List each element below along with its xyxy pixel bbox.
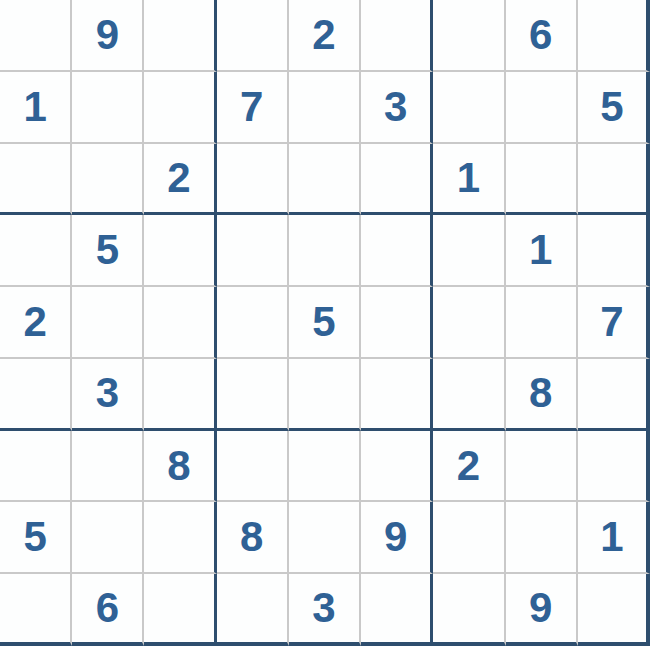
cell-r6c3[interactable] [144,359,216,431]
cell-r8c6[interactable]: 9 [361,502,433,574]
cell-r2c4[interactable]: 7 [217,72,289,144]
cell-r2c9[interactable]: 5 [578,72,650,144]
cell-r4c3[interactable] [144,215,216,287]
cell-r2c3[interactable] [144,72,216,144]
cell-r3c8[interactable] [506,144,578,216]
cell-r5c2[interactable] [72,287,144,359]
cell-r9c9[interactable] [578,574,650,646]
cell-r1c6[interactable] [361,0,433,72]
cell-r8c4[interactable]: 8 [217,502,289,574]
cell-r3c3[interactable]: 2 [144,144,216,216]
cell-r2c7[interactable] [433,72,505,144]
cell-r8c5[interactable] [289,502,361,574]
cell-r6c4[interactable] [217,359,289,431]
cell-r9c7[interactable] [433,574,505,646]
cell-r4c8[interactable]: 1 [506,215,578,287]
cell-r6c5[interactable] [289,359,361,431]
cell-r1c8[interactable]: 6 [506,0,578,72]
cell-r8c8[interactable] [506,502,578,574]
cell-r9c2[interactable]: 6 [72,574,144,646]
cell-r9c4[interactable] [217,574,289,646]
cell-r6c9[interactable] [578,359,650,431]
cell-r8c9[interactable]: 1 [578,502,650,574]
cell-r7c8[interactable] [506,431,578,503]
cell-r4c4[interactable] [217,215,289,287]
cell-r2c2[interactable] [72,72,144,144]
cell-r5c3[interactable] [144,287,216,359]
cell-r5c6[interactable] [361,287,433,359]
cell-r1c9[interactable] [578,0,650,72]
cell-r8c7[interactable] [433,502,505,574]
cell-r9c8[interactable]: 9 [506,574,578,646]
cell-r2c5[interactable] [289,72,361,144]
cell-r7c3[interactable]: 8 [144,431,216,503]
cell-r6c2[interactable]: 3 [72,359,144,431]
cell-r2c1[interactable]: 1 [0,72,72,144]
cell-r3c9[interactable] [578,144,650,216]
cell-r3c4[interactable] [217,144,289,216]
cell-r4c5[interactable] [289,215,361,287]
cell-r5c8[interactable] [506,287,578,359]
cell-r7c2[interactable] [72,431,144,503]
cell-r4c7[interactable] [433,215,505,287]
cell-r4c1[interactable] [0,215,72,287]
cell-r6c8[interactable]: 8 [506,359,578,431]
cell-r6c1[interactable] [0,359,72,431]
cell-r7c6[interactable] [361,431,433,503]
cell-r7c9[interactable] [578,431,650,503]
sudoku-board: 9261735215125738825891639 [0,0,650,646]
cell-r3c7[interactable]: 1 [433,144,505,216]
cell-r2c8[interactable] [506,72,578,144]
cell-r9c3[interactable] [144,574,216,646]
cell-r6c6[interactable] [361,359,433,431]
cell-r9c5[interactable]: 3 [289,574,361,646]
cell-r5c9[interactable]: 7 [578,287,650,359]
cell-r7c7[interactable]: 2 [433,431,505,503]
cell-r8c3[interactable] [144,502,216,574]
cell-r5c7[interactable] [433,287,505,359]
cell-r1c5[interactable]: 2 [289,0,361,72]
cell-r1c7[interactable] [433,0,505,72]
cell-r8c1[interactable]: 5 [0,502,72,574]
cell-r4c9[interactable] [578,215,650,287]
cell-r1c4[interactable] [217,0,289,72]
cell-r2c6[interactable]: 3 [361,72,433,144]
cell-r5c4[interactable] [217,287,289,359]
cell-r9c6[interactable] [361,574,433,646]
cell-r4c2[interactable]: 5 [72,215,144,287]
cell-r8c2[interactable] [72,502,144,574]
cell-r3c6[interactable] [361,144,433,216]
cell-r1c3[interactable] [144,0,216,72]
cell-r1c2[interactable]: 9 [72,0,144,72]
cell-r1c1[interactable] [0,0,72,72]
cell-r6c7[interactable] [433,359,505,431]
cell-r9c1[interactable] [0,574,72,646]
cell-r3c1[interactable] [0,144,72,216]
sudoku-board-wrapper: 9261735215125738825891639 [0,0,650,648]
cell-r4c6[interactable] [361,215,433,287]
cell-r5c5[interactable]: 5 [289,287,361,359]
cell-r3c2[interactable] [72,144,144,216]
cell-r7c1[interactable] [0,431,72,503]
cell-r7c4[interactable] [217,431,289,503]
cell-r7c5[interactable] [289,431,361,503]
cell-r5c1[interactable]: 2 [0,287,72,359]
cell-r3c5[interactable] [289,144,361,216]
